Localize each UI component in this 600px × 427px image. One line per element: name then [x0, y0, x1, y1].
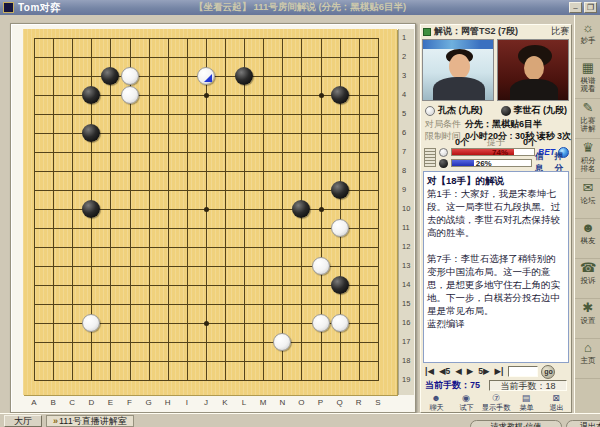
column-label: M — [260, 398, 267, 407]
column-label: G — [145, 398, 151, 407]
star-point — [204, 207, 209, 212]
column-label: B — [50, 398, 55, 407]
photo-lee-sedol — [497, 39, 569, 101]
设置-icon: ✱ — [583, 299, 594, 317]
white-stone-icon — [425, 106, 435, 116]
black-winrate-pct: 26% — [476, 159, 492, 168]
title-bar: Tom对弈 【坐看云起】 111号房间解说 (分先：黑棋贴6目半) – ❐ — [0, 0, 600, 15]
row-label: 7 — [402, 147, 406, 156]
commentary-title: 对【18手】的解说 — [427, 174, 565, 187]
column-label: D — [88, 398, 94, 407]
显示手数-icon: ⑦ — [492, 394, 500, 403]
commentary-text: 第1手：大家好，我是宋泰坤七段。这一局李世石九段执黑。过去的战绩，李世石对孔杰保… — [427, 187, 565, 330]
last-move-marker — [204, 74, 212, 82]
black-player: 李世石 (九段) — [501, 104, 568, 117]
stone-black-D4 — [82, 86, 100, 104]
stone-white-F4 — [121, 86, 139, 104]
column-label: C — [69, 398, 75, 407]
white-winrate-bar: 74% — [451, 148, 535, 156]
column-label: Q — [336, 398, 342, 407]
white-winrate-pct: 74% — [492, 148, 508, 157]
积分排名-icon: ♛ — [582, 139, 594, 157]
row-label: 11 — [402, 223, 410, 232]
conditions-row: 对局条件 分先：黑棋贴6目半 — [421, 118, 571, 130]
row-label: 12 — [402, 242, 410, 251]
tool-label: 棋谱观看 — [580, 77, 597, 93]
board-panel: 12345678910111213141516171819 ABCDEFGHIJ… — [10, 23, 416, 413]
stone-white-P13 — [312, 257, 330, 275]
white-player: 孔杰 (九段) — [425, 104, 483, 117]
stone-black-D10 — [82, 200, 100, 218]
stone-black-L3 — [235, 67, 253, 85]
room-title: 【坐看云起】 111号房间解说 (分先：黑棋贴6目半) — [0, 1, 600, 14]
row-label: 17 — [402, 337, 410, 346]
grid-line — [34, 342, 379, 343]
app-icon — [3, 2, 14, 13]
grid-line — [34, 285, 379, 286]
row-label: 10 — [402, 204, 410, 213]
tab-arrow-icon: » — [53, 416, 58, 426]
nav-button-4[interactable]: 5▶ — [476, 366, 491, 377]
current-move-label: 当前手数：75 — [425, 379, 480, 392]
black-player-name: 李世石 (九段) — [514, 104, 568, 117]
grid-line — [359, 38, 360, 381]
column-label: H — [165, 398, 171, 407]
exit-game-button[interactable]: 退出本局 — [566, 420, 600, 427]
go-board[interactable] — [23, 29, 397, 395]
row-label: 16 — [402, 318, 410, 327]
tool-label: 棋友 — [580, 237, 597, 245]
stone-white-F3 — [121, 67, 139, 85]
tool-主页[interactable]: ⌂主页 — [575, 339, 600, 379]
grid-line — [378, 38, 379, 381]
tool-棋谱观看[interactable]: ▦棋谱观看 — [575, 59, 600, 99]
white-stone-icon — [439, 148, 448, 157]
workspace: 12345678910111213141516171819 ABCDEFGHIJ… — [0, 15, 600, 427]
app-window: Tom对弈 【坐看云起】 111号房间解说 (分先：黑棋贴6目半) – ❐ 12… — [0, 0, 600, 427]
row-label: 4 — [402, 90, 406, 99]
妙手-icon: ☼ — [582, 19, 594, 37]
nav-button-2[interactable]: ◀ — [453, 366, 464, 377]
grid-line — [34, 304, 379, 305]
action-label: 退出 — [549, 403, 563, 413]
column-label: E — [108, 398, 113, 407]
tool-label: 妙手 — [580, 37, 597, 45]
move-counter-row: 当前手数：75 当前手数：18 — [421, 379, 571, 391]
info-panel: 解说：网管TS2 (7段) 比赛 孔杰 — [420, 24, 572, 413]
tool-比赛讲解[interactable]: ✎比赛讲解 — [575, 99, 600, 139]
restore-button[interactable]: ❐ — [584, 2, 597, 13]
winrate-block: 74% BET 26% 信息 押分 — [421, 147, 571, 169]
row-label: 5 — [402, 109, 406, 118]
row-label: 14 — [402, 280, 410, 289]
column-coordinates: ABCDEFGHIJKLMNOPQRS — [23, 396, 397, 411]
column-label: F — [127, 398, 132, 407]
commentator-icon — [423, 28, 431, 36]
stone-white-N17 — [273, 333, 291, 351]
stone-white-J3 — [197, 67, 215, 85]
column-label: K — [222, 398, 227, 407]
tool-label: 积分排名 — [580, 157, 597, 173]
winrate-history-button[interactable] — [424, 148, 436, 167]
tool-label: 主页 — [580, 357, 597, 365]
tool-设置[interactable]: ✱设置 — [575, 299, 600, 339]
tool-妙手[interactable]: ☼妙手 — [575, 19, 600, 59]
star-point — [204, 321, 209, 326]
nav-button-0[interactable]: |◀ — [423, 366, 436, 377]
grid-line — [282, 38, 283, 381]
commentary-paragraph: 蓝烈编译 — [427, 317, 565, 330]
jump-to-move-input[interactable] — [508, 366, 538, 377]
grid-line — [225, 38, 226, 381]
grid-line — [34, 247, 379, 248]
player-photos — [422, 39, 570, 102]
stone-white-D16 — [82, 314, 100, 332]
action-label: 显示手数 — [482, 403, 511, 413]
commentary-paragraph: 第1手：大家好，我是宋泰坤七段。这一局李世石九段执黑。过去的战绩，李世石对孔杰保… — [427, 187, 565, 239]
主页-icon: ⌂ — [584, 339, 592, 357]
tool-棋友[interactable]: ☻棋友 — [575, 219, 600, 259]
stone-black-Q4 — [331, 86, 349, 104]
viewing-move-box: 当前手数：18 — [489, 380, 567, 391]
grid-line — [263, 38, 264, 381]
stone-black-E3 — [101, 67, 119, 85]
row-label: 2 — [402, 52, 406, 61]
white-player-name: 孔杰 (九段) — [438, 104, 483, 117]
star-point — [319, 93, 324, 98]
room-tab-label: 111号直播讲解室 — [59, 416, 127, 426]
row-label: 13 — [402, 261, 410, 270]
棋谱观看-icon: ▦ — [582, 59, 594, 77]
聊天-icon: ☻ — [431, 394, 440, 403]
commentator-label: 解说：网管TS2 (7段) — [434, 25, 518, 38]
action-label: 菜单 — [519, 403, 533, 413]
stone-white-Q16 — [331, 314, 349, 332]
column-label: N — [279, 398, 285, 407]
action-显示手数[interactable]: ⑦显示手数 — [481, 393, 511, 413]
nav-button-1[interactable]: ◀5 — [437, 366, 452, 377]
论坛-icon: ✉ — [583, 179, 594, 197]
投诉-icon: ☎ — [580, 259, 596, 277]
nav-button-5[interactable]: ▶| — [493, 366, 506, 377]
row-coordinates: 12345678910111213141516171819 — [398, 29, 414, 395]
退出-icon: ⊠ — [552, 394, 560, 403]
tool-投诉[interactable]: ☎投诉 — [575, 259, 600, 299]
row-label: 3 — [402, 71, 406, 80]
match-label[interactable]: 比赛 — [551, 25, 569, 38]
row-label: 9 — [402, 185, 406, 194]
tool-label: 论坛 — [580, 197, 597, 205]
photo-kong-jie — [422, 39, 494, 101]
black-stone-icon — [439, 159, 448, 168]
black-winrate-fill — [452, 160, 474, 166]
row-label: 18 — [402, 356, 410, 365]
stone-white-Q11 — [331, 219, 349, 237]
tool-论坛[interactable]: ✉论坛 — [575, 179, 600, 219]
试下-icon: ◉ — [462, 394, 470, 403]
stone-white-P16 — [312, 314, 330, 332]
stone-black-O10 — [292, 200, 310, 218]
tool-label: 投诉 — [580, 277, 597, 285]
action-聊天[interactable]: ☻聊天 — [421, 393, 451, 413]
action-菜单[interactable]: ▤菜单 — [511, 393, 541, 413]
player-names: 孔杰 (九段) 李世石 (九段) — [421, 104, 571, 117]
minimize-button[interactable]: – — [569, 2, 582, 13]
move-navigation: |◀◀5◀▶5▶▶|go — [421, 365, 571, 378]
commentary-box[interactable]: 对【18手】的解说 第1手：大家好，我是宋泰坤七段。这一局李世石九段执黑。过去的… — [423, 171, 569, 363]
commentary-paragraph: 第7手：李世石选择了稍特别的变形中国流布局。这一手的意思，是想更多地守住右上角的… — [427, 252, 565, 317]
request-teaching-button[interactable]: 请求教棋·信使 — [470, 420, 562, 427]
column-label: O — [298, 398, 304, 407]
grid-line — [34, 380, 379, 381]
比赛讲解-icon: ✎ — [583, 99, 594, 117]
suit-shape — [510, 79, 558, 101]
column-label: R — [356, 398, 362, 407]
suit-shape — [433, 77, 485, 101]
action-buttons: ☻聊天◉试下⑦显示手数▤菜单⊠退出 — [421, 393, 571, 413]
black-winrate-bar: 26% — [451, 159, 532, 167]
grid-line — [34, 361, 379, 362]
bottom-bar: 大厅 »111号直播讲解室 请求教棋·信使 退出本局 — [0, 413, 600, 427]
tool-label: 比赛讲解 — [580, 117, 597, 133]
stone-black-Q9 — [331, 181, 349, 199]
room-tab[interactable]: »111号直播讲解室 — [46, 415, 134, 427]
tool-label: 设置 — [580, 317, 597, 325]
column-label: S — [375, 398, 380, 407]
tool-积分排名[interactable]: ♛积分排名 — [575, 139, 600, 179]
row-label: 15 — [402, 299, 410, 308]
row-label: 19 — [402, 375, 410, 384]
菜单-icon: ▤ — [522, 394, 531, 403]
action-label: 试下 — [459, 403, 473, 413]
grid-line — [34, 228, 379, 229]
panel-header: 解说：网管TS2 (7段) 比赛 — [421, 25, 571, 38]
photo-backdrop — [423, 40, 494, 49]
棋友-icon: ☻ — [581, 219, 595, 237]
app-title: Tom对弈 — [18, 1, 61, 15]
column-label: L — [242, 398, 246, 407]
grid-line — [244, 38, 245, 381]
action-退出[interactable]: ⊠退出 — [541, 393, 571, 413]
star-point — [204, 93, 209, 98]
go-button[interactable]: go — [541, 365, 555, 379]
row-label: 6 — [402, 128, 406, 137]
row-label: 1 — [402, 33, 406, 42]
face-shape — [449, 54, 470, 79]
column-label: J — [204, 398, 208, 407]
action-试下[interactable]: ◉试下 — [451, 393, 481, 413]
face-shape — [524, 56, 544, 80]
black-winrate-row: 26% 信息 押分 — [439, 158, 571, 168]
stone-black-D6 — [82, 124, 100, 142]
nav-button-3[interactable]: ▶ — [465, 366, 476, 377]
column-label: I — [186, 398, 188, 407]
action-label: 聊天 — [429, 403, 443, 413]
row-label: 8 — [402, 166, 406, 175]
column-label: P — [318, 398, 323, 407]
star-point — [319, 207, 324, 212]
stone-black-Q14 — [331, 276, 349, 294]
side-toolbar: ☼妙手▦棋谱观看✎比赛讲解♛积分排名✉论坛☻棋友☎投诉✱设置⌂主页 — [574, 15, 600, 413]
black-stone-icon — [501, 106, 511, 116]
hall-button[interactable]: 大厅 — [4, 415, 42, 427]
column-label: A — [31, 398, 36, 407]
